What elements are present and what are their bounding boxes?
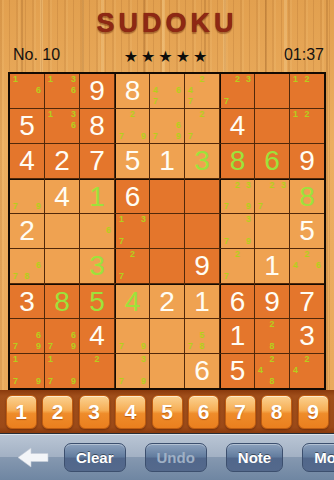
cell-r7c3[interactable]: 5 xyxy=(80,284,114,318)
pencil-notes: 16 xyxy=(13,75,41,106)
cell-r6c6[interactable]: 9 xyxy=(185,249,219,283)
pencil-notes: 679 xyxy=(48,320,76,351)
note-digit: 1 xyxy=(13,355,18,364)
cell-r3c9[interactable]: 9 xyxy=(290,144,324,178)
note-digit: 7 xyxy=(119,272,124,281)
cell-r7c5[interactable]: 2 xyxy=(150,284,184,318)
note-digit: 8 xyxy=(269,342,274,351)
cell-r7c8[interactable]: 9 xyxy=(255,284,289,318)
cell-r6c5[interactable] xyxy=(150,249,184,283)
note-digit: 7 xyxy=(188,97,193,106)
note-digit: 1 xyxy=(48,355,53,364)
note-digit: 2 xyxy=(269,320,274,329)
note-digit: 3 xyxy=(246,181,251,190)
cell-r7c6[interactable]: 1 xyxy=(185,284,219,318)
given-digit: 2 xyxy=(54,147,70,175)
given-digit: 5 xyxy=(299,217,315,245)
note-digit: 8 xyxy=(199,342,204,351)
pencil-notes: 179 xyxy=(48,355,76,386)
entered-digit: 4 xyxy=(125,288,141,316)
pencil-notes: 246 xyxy=(293,250,321,281)
note-digit: 7 xyxy=(224,97,229,106)
pencil-notes: 136 xyxy=(48,75,76,106)
cell-r1c1[interactable]: 16 xyxy=(10,74,44,108)
cell-r3c3[interactable]: 7 xyxy=(80,144,114,178)
note-digit: 7 xyxy=(13,342,18,351)
cell-r4c5[interactable] xyxy=(150,179,184,213)
note-digit: 6 xyxy=(36,86,41,95)
note-digit: 3 xyxy=(141,355,146,364)
cell-r9c4[interactable]: 379 xyxy=(115,354,149,388)
pencil-notes: 27 xyxy=(188,110,216,141)
given-digit: 1 xyxy=(159,147,175,175)
back-button[interactable] xyxy=(16,446,50,469)
note-digit: 2 xyxy=(235,250,240,259)
given-digit: 6 xyxy=(125,183,141,211)
note-digit: 2 xyxy=(304,355,309,364)
entered-digit: 8 xyxy=(54,288,70,316)
note-digit: 7 xyxy=(13,272,18,281)
pencil-notes: 28 xyxy=(258,320,286,351)
cell-r3c6[interactable]: 3 xyxy=(185,144,219,178)
cell-r5c8[interactable] xyxy=(255,214,289,248)
note-digit: 3 xyxy=(71,110,76,119)
note-digit: 6 xyxy=(71,121,76,130)
note-digit: 7 xyxy=(13,377,18,386)
cell-r8c9[interactable]: 3 xyxy=(290,319,324,353)
cell-r9c5[interactable] xyxy=(150,354,184,388)
note-digit: 9 xyxy=(141,342,146,351)
app-title: SUDOKU xyxy=(0,8,334,39)
note-digit: 9 xyxy=(246,202,251,211)
cell-r2c5[interactable]: 679 xyxy=(150,109,184,143)
numpad-7-button[interactable]: 7 xyxy=(225,395,256,429)
note-digit: 2 xyxy=(94,355,99,364)
pencil-notes: 578 xyxy=(188,320,216,351)
pencil-notes: 248 xyxy=(258,355,286,386)
given-digit: 9 xyxy=(299,147,315,175)
cell-r9c6[interactable]: 6 xyxy=(185,354,219,388)
pencil-notes: 27 xyxy=(224,250,251,281)
cell-r7c9[interactable]: 7 xyxy=(290,284,324,318)
cell-r2c6[interactable]: 27 xyxy=(185,109,219,143)
given-digit: 7 xyxy=(299,288,315,316)
cell-r8c8[interactable]: 28 xyxy=(255,319,289,353)
note-digit: 7 xyxy=(224,202,229,211)
cell-r1c3[interactable]: 9 xyxy=(80,74,114,108)
cell-r4c3[interactable]: 1 xyxy=(80,179,114,213)
given-digit: 5 xyxy=(125,147,141,175)
note-digit: 1 xyxy=(293,75,298,84)
cell-r3c4[interactable]: 5 xyxy=(115,144,149,178)
cell-r9c1[interactable]: 179 xyxy=(10,354,44,388)
cell-r6c1[interactable]: 678 xyxy=(10,249,44,283)
numpad-1-button[interactable]: 1 xyxy=(6,395,37,429)
note-digit: 9 xyxy=(36,202,41,211)
cell-r6c4[interactable]: 27 xyxy=(115,249,149,283)
pencil-notes: 379 xyxy=(119,355,146,386)
note-digit: 2 xyxy=(199,75,204,84)
note-digit: 5 xyxy=(199,331,204,340)
note-digit: 1 xyxy=(48,110,53,119)
note-digit: 3 xyxy=(281,181,286,190)
note-digit: 4 xyxy=(153,86,158,95)
cell-r7c1[interactable]: 3 xyxy=(10,284,44,318)
note-digit: 3 xyxy=(246,75,251,84)
cell-r2c2[interactable]: 136 xyxy=(45,109,79,143)
pencil-notes: 137 xyxy=(119,215,146,246)
given-digit: 8 xyxy=(125,77,141,105)
cell-r5c3[interactable]: 6 xyxy=(80,214,114,248)
numpad-8-button[interactable]: 8 xyxy=(261,395,292,429)
note-digit: 9 xyxy=(141,132,146,141)
cell-r1c6[interactable]: 247 xyxy=(185,74,219,108)
cell-r9c3[interactable]: 2 xyxy=(80,354,114,388)
note-digit: 2 xyxy=(130,110,135,119)
given-digit: 7 xyxy=(89,147,105,175)
pencil-notes: 79 xyxy=(119,320,146,351)
note-digit: 7 xyxy=(258,202,263,211)
note-digit: 6 xyxy=(71,86,76,95)
note-digit: 7 xyxy=(224,237,229,246)
cell-r9c9[interactable]: 24 xyxy=(290,354,324,388)
pencil-notes: 237 xyxy=(258,181,286,211)
cell-r5c1[interactable]: 2 xyxy=(10,214,44,248)
difficulty-stars: ★★★★★ xyxy=(124,47,211,66)
note-digit: 1 xyxy=(48,75,53,84)
note-digit: 7 xyxy=(224,272,229,281)
pencil-notes: 279 xyxy=(119,110,146,141)
cell-r8c7[interactable]: 1 xyxy=(220,319,254,353)
pencil-notes: 379 xyxy=(224,215,251,246)
cell-r8c1[interactable]: 679 xyxy=(10,319,44,353)
note-digit: 7 xyxy=(119,377,124,386)
toolbar-more-button[interactable]: More xyxy=(302,443,334,472)
note-digit: 2 xyxy=(269,355,274,364)
note-digit: 6 xyxy=(176,121,181,130)
cell-r2c7[interactable]: 4 xyxy=(220,109,254,143)
cell-r4c4[interactable]: 6 xyxy=(115,179,149,213)
cell-r4c6[interactable] xyxy=(185,179,219,213)
pencil-notes: 12 xyxy=(293,75,321,106)
pencil-notes: 679 xyxy=(13,320,41,351)
cell-r2c3[interactable]: 8 xyxy=(80,109,114,143)
cell-r3c5[interactable]: 1 xyxy=(150,144,184,178)
given-digit: 3 xyxy=(19,288,35,316)
note-digit: 6 xyxy=(36,261,41,270)
note-digit: 2 xyxy=(235,181,240,190)
cell-r6c7[interactable]: 27 xyxy=(220,249,254,283)
given-digit: 3 xyxy=(299,322,315,350)
note-digit: 2 xyxy=(269,181,274,190)
note-digit: 4 xyxy=(293,366,298,375)
cell-r8c2[interactable]: 679 xyxy=(45,319,79,353)
cell-r5c9[interactable]: 5 xyxy=(290,214,324,248)
note-digit: 7 xyxy=(48,342,53,351)
given-digit: 9 xyxy=(89,77,105,105)
cell-r3c7[interactable]: 8 xyxy=(220,144,254,178)
cell-r6c9[interactable]: 246 xyxy=(290,249,324,283)
pencil-notes: 2379 xyxy=(224,181,251,211)
back-arrow-icon xyxy=(16,446,50,469)
given-digit: 8 xyxy=(89,112,105,140)
given-digit: 1 xyxy=(194,288,210,316)
cell-r9c2[interactable]: 179 xyxy=(45,354,79,388)
note-digit: 3 xyxy=(141,215,146,224)
note-digit: 2 xyxy=(235,75,240,84)
given-digit: 6 xyxy=(230,288,246,316)
cell-r1c4[interactable]: 8 xyxy=(115,74,149,108)
note-digit: 7 xyxy=(48,377,53,386)
cell-r3c2[interactable]: 2 xyxy=(45,144,79,178)
note-digit: 2 xyxy=(304,250,309,259)
cell-r2c4[interactable]: 279 xyxy=(115,109,149,143)
numpad-9-button[interactable]: 9 xyxy=(298,395,329,429)
note-digit: 7 xyxy=(119,237,124,246)
entered-digit: 6 xyxy=(264,147,280,175)
note-digit: 7 xyxy=(188,342,193,351)
note-digit: 7 xyxy=(13,202,18,211)
cell-r6c2[interactable] xyxy=(45,249,79,283)
note-digit: 2 xyxy=(130,250,135,259)
note-digit: 6 xyxy=(36,331,41,340)
cell-r1c5[interactable]: 467 xyxy=(150,74,184,108)
cell-r4c7[interactable]: 2379 xyxy=(220,179,254,213)
numpad-5-button[interactable]: 5 xyxy=(152,395,183,429)
note-digit: 7 xyxy=(153,132,158,141)
numpad-2-button[interactable]: 2 xyxy=(42,395,73,429)
cell-r5c7[interactable]: 379 xyxy=(220,214,254,248)
cell-r8c5[interactable] xyxy=(150,319,184,353)
toolbar-undo-button[interactable]: Undo xyxy=(145,443,207,472)
pencil-notes: 179 xyxy=(13,355,41,386)
sudoku-board: 1613698467247237125136827967927412427513… xyxy=(8,72,326,390)
given-digit: 1 xyxy=(230,322,246,350)
given-digit: 6 xyxy=(194,357,210,385)
pencil-notes: 6 xyxy=(83,215,111,246)
cell-r4c2[interactable]: 4 xyxy=(45,179,79,213)
pencil-notes: 247 xyxy=(188,75,216,106)
note-digit: 3 xyxy=(246,215,251,224)
cell-r3c1[interactable]: 4 xyxy=(10,144,44,178)
given-digit: 2 xyxy=(159,288,175,316)
given-digit: 9 xyxy=(264,288,280,316)
note-digit: 6 xyxy=(176,86,181,95)
cell-r8c3[interactable]: 4 xyxy=(80,319,114,353)
note-digit: 4 xyxy=(258,366,263,375)
cell-r1c2[interactable]: 136 xyxy=(45,74,79,108)
given-digit: 4 xyxy=(19,147,35,175)
given-digit: 5 xyxy=(19,112,35,140)
cell-r8c4[interactable]: 79 xyxy=(115,319,149,353)
entered-digit: 3 xyxy=(89,252,105,280)
note-digit: 9 xyxy=(71,342,76,351)
pencil-notes: 467 xyxy=(153,75,181,106)
pencil-notes: 136 xyxy=(48,110,76,141)
cell-r9c7[interactable]: 5 xyxy=(220,354,254,388)
note-digit: 7 xyxy=(119,342,124,351)
note-digit: 4 xyxy=(188,86,193,95)
note-digit: 9 xyxy=(176,132,181,141)
cell-r2c8[interactable] xyxy=(255,109,289,143)
note-digit: 1 xyxy=(13,75,18,84)
given-digit: 4 xyxy=(54,183,70,211)
cell-r3c8[interactable]: 6 xyxy=(255,144,289,178)
note-digit: 6 xyxy=(106,226,111,235)
cell-r2c1[interactable]: 5 xyxy=(10,109,44,143)
cell-r6c8[interactable]: 1 xyxy=(255,249,289,283)
pencil-notes: 2 xyxy=(83,355,111,386)
note-digit: 4 xyxy=(293,261,298,270)
cell-r1c9[interactable]: 12 xyxy=(290,74,324,108)
cell-r4c8[interactable]: 237 xyxy=(255,179,289,213)
numpad-4-button[interactable]: 4 xyxy=(115,395,146,429)
cell-r8c6[interactable]: 578 xyxy=(185,319,219,353)
note-digit: 3 xyxy=(71,75,76,84)
given-digit: 9 xyxy=(194,252,210,280)
pencil-notes: 678 xyxy=(13,250,41,281)
toolbar-buttons: ClearUndoNoteMore xyxy=(64,443,334,472)
cell-r1c7[interactable]: 237 xyxy=(220,74,254,108)
cell-r5c5[interactable] xyxy=(150,214,184,248)
note-digit: 8 xyxy=(269,377,274,386)
note-digit: 6 xyxy=(71,331,76,340)
cell-r6c3[interactable]: 3 xyxy=(80,249,114,283)
note-digit: 2 xyxy=(304,110,309,119)
numpad-3-button[interactable]: 3 xyxy=(79,395,110,429)
pencil-notes: 24 xyxy=(293,355,321,386)
note-digit: 9 xyxy=(246,237,251,246)
cell-r5c4[interactable]: 137 xyxy=(115,214,149,248)
given-digit: 1 xyxy=(264,252,280,280)
sudoku-app-screen: SUDOKU No. 10 ★★★★★ 01:37 16136984672472… xyxy=(0,0,334,480)
given-digit: 2 xyxy=(19,217,35,245)
numpad-6-button[interactable]: 6 xyxy=(188,395,219,429)
note-digit: 8 xyxy=(24,272,29,281)
pencil-notes: 79 xyxy=(13,181,41,211)
entered-digit: 1 xyxy=(89,183,105,211)
pencil-notes: 679 xyxy=(153,110,181,141)
puzzle-number: No. 10 xyxy=(13,46,60,64)
cell-r4c9[interactable]: 8 xyxy=(290,179,324,213)
given-digit: 5 xyxy=(230,357,246,385)
note-digit: 9 xyxy=(36,342,41,351)
cell-r1c8[interactable] xyxy=(255,74,289,108)
pencil-notes: 27 xyxy=(119,250,146,281)
note-digit: 1 xyxy=(119,215,124,224)
toolbar-note-button[interactable]: Note xyxy=(226,443,283,472)
entered-digit: 3 xyxy=(194,147,210,175)
note-digit: 9 xyxy=(141,377,146,386)
entered-digit: 8 xyxy=(230,147,246,175)
game-info-bar: No. 10 ★★★★★ 01:37 xyxy=(0,46,334,66)
toolbar-clear-button[interactable]: Clear xyxy=(64,443,126,472)
note-digit: 7 xyxy=(188,132,193,141)
note-digit: 7 xyxy=(119,132,124,141)
note-digit: 2 xyxy=(304,75,309,84)
cell-r4c1[interactable]: 79 xyxy=(10,179,44,213)
cell-r9c8[interactable]: 248 xyxy=(255,354,289,388)
note-digit: 9 xyxy=(36,377,41,386)
given-digit: 4 xyxy=(89,322,105,350)
note-digit: 2 xyxy=(199,110,204,119)
cell-r7c7[interactable]: 6 xyxy=(220,284,254,318)
cell-r5c2[interactable] xyxy=(45,214,79,248)
pencil-notes: 237 xyxy=(224,75,251,106)
entered-digit: 8 xyxy=(299,183,315,211)
timer: 01:37 xyxy=(284,46,324,64)
cell-r5c6[interactable] xyxy=(185,214,219,248)
note-digit: 6 xyxy=(316,261,321,270)
given-digit: 4 xyxy=(230,112,246,140)
pencil-notes: 12 xyxy=(293,110,321,141)
bottom-toolbar: ClearUndoNoteMore xyxy=(0,433,334,480)
entered-digit: 5 xyxy=(89,288,105,316)
note-digit: 9 xyxy=(71,377,76,386)
note-digit: 7 xyxy=(153,97,158,106)
number-pad: 123456789 xyxy=(0,390,334,433)
cell-r7c4[interactable]: 4 xyxy=(115,284,149,318)
cell-r2c9[interactable]: 12 xyxy=(290,109,324,143)
note-digit: 1 xyxy=(293,110,298,119)
cell-r7c2[interactable]: 8 xyxy=(45,284,79,318)
